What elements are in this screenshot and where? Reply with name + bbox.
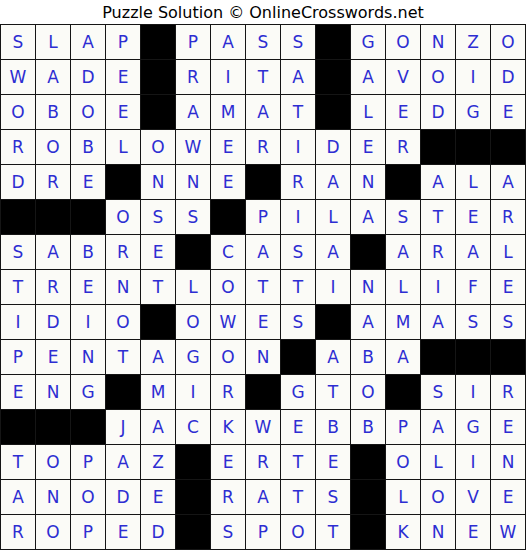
letter-cell-r1c9: S [281,25,315,59]
letter-cell-r1c15: O [491,25,525,59]
block-cell-r14c6 [176,480,210,514]
letter-cell-r14c1: A [1,480,35,514]
block-cell-r9c5 [141,305,175,339]
letter-cell-r15c14: E [456,515,490,549]
letter-cell-r14c9: T [281,480,315,514]
letter-cell-r14c2: N [36,480,70,514]
letter-cell-r4c11: E [351,130,385,164]
letter-cell-r14c4: D [106,480,140,514]
block-cell-r11c8 [246,375,280,409]
letter-cell-r15c10: T [316,515,350,549]
letter-cell-r13c3: P [71,445,105,479]
block-cell-r15c11 [351,515,385,549]
letter-cell-r14c10: S [316,480,350,514]
letter-cell-r11c14: I [456,375,490,409]
block-cell-r10c14 [456,340,490,374]
block-cell-r4c14 [456,130,490,164]
letter-cell-r13c1: T [1,445,35,479]
block-cell-r15c6 [176,515,210,549]
letter-cell-r3c14: G [456,95,490,129]
letter-cell-r1c3: A [71,25,105,59]
letter-cell-r7c9: S [281,235,315,269]
letter-cell-r13c9: T [281,445,315,479]
letter-cell-r12c8: W [246,410,280,444]
letter-cell-r3c4: E [106,95,140,129]
letter-cell-r7c2: A [36,235,70,269]
letter-cell-r7c5: E [141,235,175,269]
letter-cell-r11c11: O [351,375,385,409]
block-cell-r6c1 [1,200,35,234]
letter-cell-r11c9: G [281,375,315,409]
letter-cell-r7c14: A [456,235,490,269]
letter-cell-r9c7: W [211,305,245,339]
block-cell-r10c13 [421,340,455,374]
letter-cell-r5c9: R [281,165,315,199]
letter-cell-r6c12: S [386,200,420,234]
letter-cell-r11c5: M [141,375,175,409]
letter-cell-r7c1: S [1,235,35,269]
letter-cell-r7c12: A [386,235,420,269]
letter-cell-r2c3: D [71,60,105,94]
letter-cell-r8c10: I [316,270,350,304]
letter-cell-r14c13: O [421,480,455,514]
letter-cell-r1c1: S [1,25,35,59]
letter-cell-r3c1: O [1,95,35,129]
block-cell-r6c3 [71,200,105,234]
letter-cell-r8c8: T [246,270,280,304]
letter-cell-r13c8: R [246,445,280,479]
letter-cell-r1c11: G [351,25,385,59]
letter-cell-r2c14: I [456,60,490,94]
crossword-grid: SLAPPASSGONZOWADERITAAVOIDOBOEAMATLEDGER… [0,24,526,550]
letter-cell-r1c2: L [36,25,70,59]
letter-cell-r3c3: O [71,95,105,129]
letter-cell-r10c1: P [1,340,35,374]
puzzle-solution-page: Puzzle Solution © OnlineCrosswords.net S… [0,0,526,551]
letter-cell-r9c6: O [176,305,210,339]
letter-cell-r11c6: I [176,375,210,409]
letter-cell-r11c15: R [491,375,525,409]
letter-cell-r13c14: I [456,445,490,479]
letter-cell-r15c3: P [71,515,105,549]
letter-cell-r15c12: K [386,515,420,549]
letter-cell-r3c13: D [421,95,455,129]
letter-cell-r2c6: R [176,60,210,94]
block-cell-r6c2 [36,200,70,234]
letter-cell-r8c1: T [1,270,35,304]
letter-cell-r7c13: R [421,235,455,269]
letter-cell-r13c10: E [316,445,350,479]
letter-cell-r12c14: G [456,410,490,444]
letter-cell-r9c2: D [36,305,70,339]
letter-cell-r15c5: D [141,515,175,549]
letter-cell-r6c10: L [316,200,350,234]
letter-cell-r13c4: A [106,445,140,479]
letter-cell-r14c12: L [386,480,420,514]
letter-cell-r9c12: M [386,305,420,339]
letter-cell-r10c2: E [36,340,70,374]
letter-cell-r14c7: R [211,480,245,514]
block-cell-r3c5 [141,95,175,129]
letter-cell-r10c11: B [351,340,385,374]
letter-cell-r6c6: S [176,200,210,234]
block-cell-r3c10 [316,95,350,129]
letter-cell-r14c15: E [491,480,525,514]
letter-cell-r6c13: T [421,200,455,234]
letter-cell-r14c14: V [456,480,490,514]
letter-cell-r9c8: E [246,305,280,339]
letter-cell-r7c15: L [491,235,525,269]
letter-cell-r6c9: I [281,200,315,234]
letter-cell-r15c13: N [421,515,455,549]
letter-cell-r14c3: O [71,480,105,514]
letter-cell-r12c13: A [421,410,455,444]
block-cell-r10c15 [491,340,525,374]
letter-cell-r3c12: E [386,95,420,129]
letter-cell-r5c10: A [316,165,350,199]
letter-cell-r11c3: G [71,375,105,409]
block-cell-r13c6 [176,445,210,479]
letter-cell-r6c14: E [456,200,490,234]
letter-cell-r9c14: S [456,305,490,339]
letter-cell-r14c5: E [141,480,175,514]
letter-cell-r9c1: I [1,305,35,339]
block-cell-r14c11 [351,480,385,514]
block-cell-r13c11 [351,445,385,479]
letter-cell-r15c4: E [106,515,140,549]
letter-cell-r12c12: P [386,410,420,444]
letter-cell-r3c2: B [36,95,70,129]
letter-cell-r4c5: O [141,130,175,164]
letter-cell-r3c8: A [246,95,280,129]
letter-cell-r8c2: R [36,270,70,304]
letter-cell-r2c11: A [351,60,385,94]
letter-cell-r14c8: A [246,480,280,514]
block-cell-r1c10 [316,25,350,59]
letter-cell-r10c4: T [106,340,140,374]
letter-cell-r13c13: L [421,445,455,479]
letter-cell-r6c15: R [491,200,525,234]
letter-cell-r10c10: A [316,340,350,374]
letter-cell-r9c11: A [351,305,385,339]
letter-cell-r1c6: P [176,25,210,59]
letter-cell-r6c8: P [246,200,280,234]
letter-cell-r9c15: S [491,305,525,339]
block-cell-r7c6 [176,235,210,269]
block-cell-r2c5 [141,60,175,94]
letter-cell-r15c7: S [211,515,245,549]
letter-cell-r12c11: B [351,410,385,444]
letter-cell-r7c10: A [316,235,350,269]
letter-cell-r11c1: E [1,375,35,409]
letter-cell-r10c8: N [246,340,280,374]
letter-cell-r7c7: C [211,235,245,269]
letter-cell-r1c7: A [211,25,245,59]
letter-cell-r2c9: A [281,60,315,94]
block-cell-r12c1 [1,410,35,444]
letter-cell-r2c2: A [36,60,70,94]
letter-cell-r8c5: T [141,270,175,304]
letter-cell-r5c3: E [71,165,105,199]
block-cell-r11c12 [386,375,420,409]
letter-cell-r5c5: N [141,165,175,199]
letter-cell-r11c7: R [211,375,245,409]
letter-cell-r6c5: S [141,200,175,234]
letter-cell-r13c5: Z [141,445,175,479]
letter-cell-r13c2: O [36,445,70,479]
page-title: Puzzle Solution © OnlineCrosswords.net [0,0,526,24]
letter-cell-r1c12: O [386,25,420,59]
letter-cell-r5c15: A [491,165,525,199]
block-cell-r1c5 [141,25,175,59]
block-cell-r12c2 [36,410,70,444]
letter-cell-r5c7: E [211,165,245,199]
letter-cell-r15c9: O [281,515,315,549]
letter-cell-r2c8: T [246,60,280,94]
letter-cell-r3c15: E [491,95,525,129]
letter-cell-r5c14: L [456,165,490,199]
letter-cell-r4c8: R [246,130,280,164]
letter-cell-r8c12: L [386,270,420,304]
letter-cell-r6c4: O [106,200,140,234]
letter-cell-r9c9: S [281,305,315,339]
letter-cell-r2c15: D [491,60,525,94]
letter-cell-r10c7: O [211,340,245,374]
letter-cell-r2c13: O [421,60,455,94]
letter-cell-r4c3: B [71,130,105,164]
letter-cell-r5c2: R [36,165,70,199]
block-cell-r7c11 [351,235,385,269]
letter-cell-r13c7: E [211,445,245,479]
letter-cell-r8c6: L [176,270,210,304]
letter-cell-r10c6: G [176,340,210,374]
letter-cell-r7c3: B [71,235,105,269]
letter-cell-r4c12: R [386,130,420,164]
letter-cell-r2c12: V [386,60,420,94]
letter-cell-r4c9: I [281,130,315,164]
letter-cell-r8c15: E [491,270,525,304]
letter-cell-r7c8: A [246,235,280,269]
letter-cell-r15c2: O [36,515,70,549]
block-cell-r4c15 [491,130,525,164]
letter-cell-r8c4: N [106,270,140,304]
letter-cell-r11c10: T [316,375,350,409]
letter-cell-r9c4: O [106,305,140,339]
letter-cell-r3c9: T [281,95,315,129]
letter-cell-r12c10: B [316,410,350,444]
letter-cell-r4c2: O [36,130,70,164]
letter-cell-r2c4: E [106,60,140,94]
letter-cell-r2c1: W [1,60,35,94]
letter-cell-r8c14: F [456,270,490,304]
letter-cell-r8c13: I [421,270,455,304]
letter-cell-r11c2: N [36,375,70,409]
letter-cell-r12c7: K [211,410,245,444]
letter-cell-r8c11: N [351,270,385,304]
letter-cell-r12c15: E [491,410,525,444]
letter-cell-r1c4: P [106,25,140,59]
letter-cell-r12c4: J [106,410,140,444]
letter-cell-r9c13: A [421,305,455,339]
letter-cell-r11c13: S [421,375,455,409]
letter-cell-r15c15: W [491,515,525,549]
letter-cell-r12c5: A [141,410,175,444]
letter-cell-r5c6: N [176,165,210,199]
block-cell-r5c4 [106,165,140,199]
letter-cell-r4c6: W [176,130,210,164]
letter-cell-r9c3: I [71,305,105,339]
block-cell-r5c8 [246,165,280,199]
letter-cell-r8c3: E [71,270,105,304]
letter-cell-r12c9: E [281,410,315,444]
letter-cell-r7c4: R [106,235,140,269]
letter-cell-r6c11: A [351,200,385,234]
block-cell-r9c10 [316,305,350,339]
letter-cell-r10c5: A [141,340,175,374]
letter-cell-r5c11: N [351,165,385,199]
letter-cell-r12c6: C [176,410,210,444]
letter-cell-r1c14: Z [456,25,490,59]
letter-cell-r3c11: L [351,95,385,129]
letter-cell-r10c3: N [71,340,105,374]
block-cell-r10c9 [281,340,315,374]
block-cell-r12c3 [71,410,105,444]
letter-cell-r5c13: A [421,165,455,199]
letter-cell-r5c1: D [1,165,35,199]
letter-cell-r1c8: S [246,25,280,59]
letter-cell-r1c13: N [421,25,455,59]
letter-cell-r15c1: R [1,515,35,549]
letter-cell-r3c7: M [211,95,245,129]
block-cell-r2c10 [316,60,350,94]
letter-cell-r8c9: T [281,270,315,304]
letter-cell-r2c7: I [211,60,245,94]
letter-cell-r3c6: A [176,95,210,129]
letter-cell-r4c7: E [211,130,245,164]
letter-cell-r4c4: L [106,130,140,164]
letter-cell-r4c1: R [1,130,35,164]
block-cell-r6c7 [211,200,245,234]
letter-cell-r4c10: D [316,130,350,164]
letter-cell-r13c12: O [386,445,420,479]
letter-cell-r13c15: N [491,445,525,479]
block-cell-r4c13 [421,130,455,164]
block-cell-r5c12 [386,165,420,199]
letter-cell-r10c12: A [386,340,420,374]
letter-cell-r8c7: O [211,270,245,304]
block-cell-r11c4 [106,375,140,409]
letter-cell-r15c8: P [246,515,280,549]
